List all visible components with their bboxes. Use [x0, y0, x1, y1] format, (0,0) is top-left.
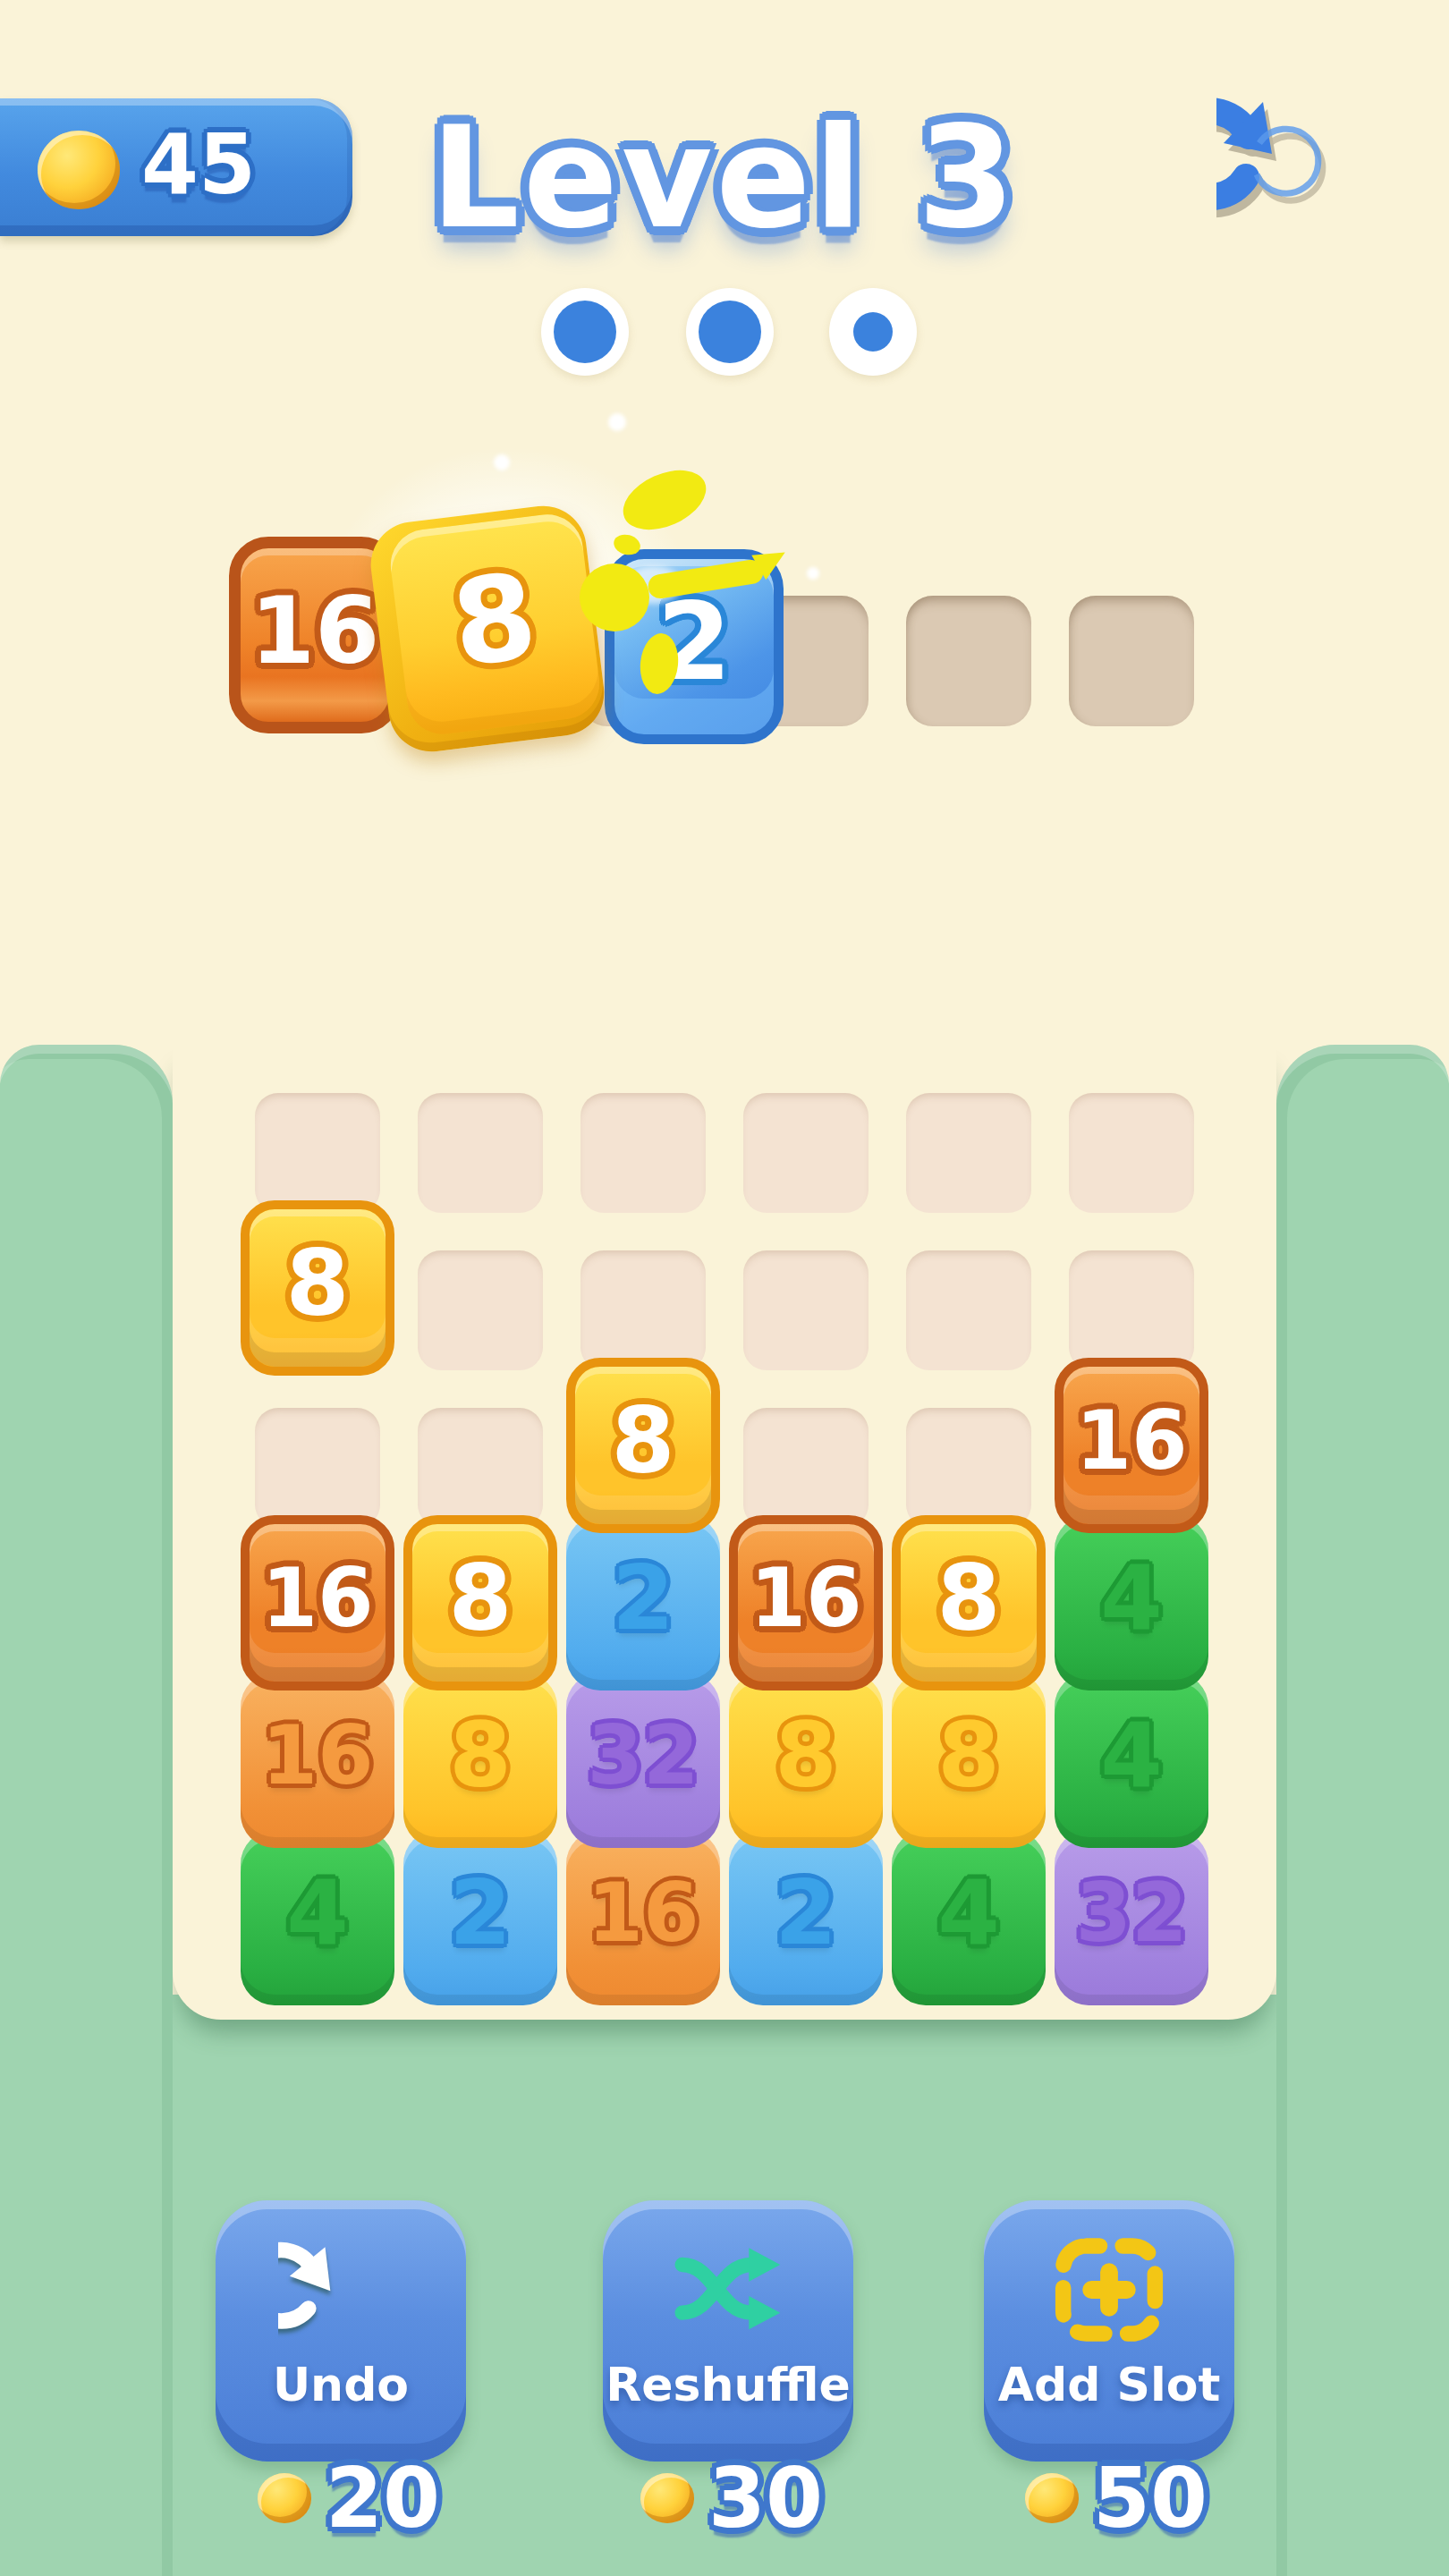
board-empty-cell — [906, 1093, 1031, 1213]
tray-tile-8[interactable]: 8 — [366, 501, 609, 757]
board-empty-cell — [743, 1093, 869, 1213]
tray-empty-slot — [906, 596, 1031, 726]
sparkle-dot — [608, 413, 626, 431]
pit-wall-left — [0, 1045, 173, 2576]
progress-dot-3 — [829, 288, 917, 376]
sparkle-dot — [807, 567, 819, 580]
tile-number: 8 — [449, 1553, 513, 1653]
tile-number: 16 — [587, 1873, 699, 1962]
tile-number: 8 — [937, 1711, 1000, 1809]
board-tile-16[interactable]: 16 — [729, 1515, 883, 1690]
board-empty-cell — [418, 1250, 543, 1370]
board-tile-2[interactable]: 2 — [403, 1830, 557, 2005]
tile-number: 16 — [750, 1558, 861, 1648]
coin-icon — [258, 2473, 311, 2523]
coin-icon — [1025, 2473, 1079, 2523]
board-tile-16[interactable]: 16 — [566, 1830, 720, 2005]
restart-icon — [1216, 88, 1351, 229]
board-tile-2[interactable]: 2 — [729, 1830, 883, 2005]
tile-number: 8 — [449, 1711, 512, 1809]
board-empty-cell — [1069, 1250, 1194, 1370]
confetti-particle — [580, 563, 649, 631]
restart-button[interactable] — [1216, 88, 1351, 229]
board-tile-8[interactable]: 8 — [892, 1515, 1046, 1690]
board-tile-8[interactable]: 8 — [892, 1673, 1046, 1848]
tile-number: 4 — [1100, 1711, 1163, 1809]
board-tile-16[interactable]: 16 — [1055, 1358, 1208, 1533]
progress-dot-1 — [541, 288, 629, 376]
board-tile-32[interactable]: 32 — [566, 1673, 720, 1848]
board-tile-8[interactable]: 8 — [403, 1515, 557, 1690]
progress-dot-2 — [686, 288, 774, 376]
board-empty-cell — [743, 1408, 869, 1528]
board-tile-2[interactable]: 2 — [566, 1515, 720, 1690]
board-empty-cell — [906, 1408, 1031, 1528]
coin-icon — [640, 2473, 694, 2523]
add-slot-cost: 50 — [1025, 2458, 1207, 2538]
board-empty-cell — [255, 1093, 380, 1213]
undo-icon — [278, 2227, 403, 2352]
tile-number: 4 — [286, 1868, 349, 1967]
tile-number: 4 — [937, 1868, 1000, 1967]
board-tile-8[interactable]: 8 — [566, 1358, 720, 1533]
tile-number: 16 — [261, 1716, 373, 1805]
tile-number: 2 — [775, 1868, 837, 1967]
board-empty-cell — [1069, 1093, 1194, 1213]
board-tile-8[interactable]: 8 — [729, 1673, 883, 1848]
board-tile-16[interactable]: 16 — [241, 1515, 394, 1690]
reshuffle-cost: 30 — [640, 2458, 823, 2538]
board-tile-16[interactable]: 16 — [241, 1673, 394, 1848]
tile-number: 32 — [1075, 1873, 1187, 1962]
board-empty-cell — [743, 1250, 869, 1370]
tile-number: 8 — [775, 1711, 837, 1809]
sparkle-dot — [494, 454, 510, 470]
progress-dots — [0, 288, 1449, 377]
board-empty-cell — [580, 1250, 706, 1370]
board-tile-4[interactable]: 4 — [1055, 1673, 1208, 1848]
tray-empty-slot — [1069, 596, 1194, 726]
board-tile-4[interactable]: 4 — [1055, 1515, 1208, 1690]
add-slot-button[interactable]: Add Slot — [984, 2200, 1234, 2462]
board-empty-cell — [255, 1408, 380, 1528]
tile-number: 32 — [587, 1716, 699, 1805]
tile-number: 8 — [612, 1395, 675, 1496]
tile-number: 4 — [1100, 1554, 1163, 1652]
tile-number: 16 — [261, 1558, 373, 1648]
game-screen: 8816168216841683288442162432 45 Level 3 … — [0, 0, 1449, 2576]
reshuffle-button[interactable]: Reshuffle — [603, 2200, 853, 2462]
add-slot-icon — [1046, 2227, 1172, 2352]
board-tile-4[interactable]: 4 — [241, 1830, 394, 2005]
undo-cost: 20 — [258, 2458, 440, 2538]
pit-wall-right — [1276, 1045, 1449, 2576]
board-empty-cell — [906, 1250, 1031, 1370]
tile-number: 8 — [286, 1238, 350, 1338]
undo-button[interactable]: Undo — [216, 2200, 466, 2462]
board-empty-cell — [418, 1408, 543, 1528]
tile-number: 16 — [1075, 1401, 1187, 1490]
board-empty-cell — [580, 1093, 706, 1213]
tile-number: 8 — [937, 1553, 1001, 1653]
board-tile-8[interactable]: 8 — [241, 1200, 394, 1376]
board-tile-32[interactable]: 32 — [1055, 1830, 1208, 2005]
shuffle-icon — [665, 2227, 791, 2352]
board-tile-8[interactable]: 8 — [403, 1673, 557, 1848]
tile-number: 2 — [612, 1554, 674, 1652]
tile-number: 2 — [449, 1868, 512, 1967]
board-tile-4[interactable]: 4 — [892, 1830, 1046, 2005]
board-empty-cell — [418, 1093, 543, 1213]
